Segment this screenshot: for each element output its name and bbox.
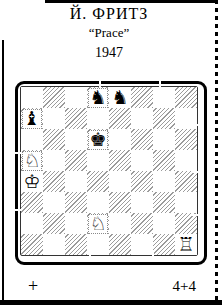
square-c4	[65, 171, 87, 192]
square-d2: ♘	[87, 213, 109, 234]
square-c2	[65, 213, 87, 234]
black-bishop: ♝	[22, 109, 42, 129]
square-a7: ♝	[21, 108, 43, 129]
square-d6: ♚	[87, 129, 109, 150]
square-e4	[109, 171, 131, 192]
square-g3	[153, 192, 175, 213]
square-d3	[87, 192, 109, 213]
border-seam	[191, 214, 198, 216]
square-e5	[109, 150, 131, 171]
square-f4	[131, 171, 153, 192]
border-seam	[191, 124, 198, 126]
square-c6	[65, 129, 87, 150]
border-seam	[159, 81, 161, 88]
square-a6	[21, 129, 43, 150]
square-h8	[175, 87, 197, 108]
stipulation-white-wins: +	[22, 276, 44, 297]
square-d4	[87, 171, 109, 192]
border-seam	[15, 209, 22, 211]
square-d5	[87, 150, 109, 171]
square-f8	[131, 87, 153, 108]
black-knight: ♞	[88, 88, 108, 108]
square-g6	[153, 129, 175, 150]
white-king: ♔	[23, 172, 40, 191]
square-f7	[131, 108, 153, 129]
square-b2	[43, 213, 65, 234]
border-seam	[191, 171, 198, 173]
square-f6	[131, 129, 153, 150]
square-a5: ♘	[21, 150, 43, 171]
square-e3	[109, 192, 131, 213]
square-b4	[43, 171, 65, 192]
square-b1	[43, 234, 65, 255]
black-knight: ♞	[111, 88, 128, 107]
square-d1	[87, 234, 109, 255]
white-knight: ♘	[22, 151, 42, 171]
square-g7	[153, 108, 175, 129]
square-a4: ♔	[21, 171, 43, 192]
square-b5	[43, 150, 65, 171]
square-b8	[43, 87, 65, 108]
square-a3	[21, 192, 43, 213]
square-f3	[131, 192, 153, 213]
square-e1	[109, 234, 131, 255]
square-g5	[153, 150, 175, 171]
page-rule-left	[2, 40, 4, 305]
study-diagram-card: Й. ФРИТЗ “Prace” 1947 ♞♞♝♚♘♔♘♖ + 4+4	[0, 0, 222, 305]
chess-board-grid: ♞♞♝♚♘♔♘♖	[21, 87, 197, 255]
square-b7	[43, 108, 65, 129]
page-rule-bottom	[0, 300, 222, 305]
square-b3	[43, 192, 65, 213]
white-rook: ♖	[177, 235, 194, 254]
material-count: 4+4	[158, 278, 196, 295]
border-seam	[15, 152, 22, 154]
square-h1: ♖	[175, 234, 197, 255]
page-rule-top	[45, 0, 217, 3]
square-c8	[65, 87, 87, 108]
caption: Й. ФРИТЗ “Prace” 1947	[0, 4, 218, 62]
composer-name: Й. ФРИТЗ	[0, 4, 218, 24]
border-seam	[152, 253, 154, 260]
black-king: ♚	[88, 130, 108, 150]
square-e2	[109, 213, 131, 234]
square-g1	[153, 234, 175, 255]
square-c3	[65, 192, 87, 213]
square-e6	[109, 129, 131, 150]
square-e7	[109, 108, 131, 129]
square-h2	[175, 213, 197, 234]
square-e8: ♞	[109, 87, 131, 108]
square-f2	[131, 213, 153, 234]
square-c1	[65, 234, 87, 255]
square-g8	[153, 87, 175, 108]
square-b6	[43, 129, 65, 150]
square-h5	[175, 150, 197, 171]
square-g4	[153, 171, 175, 192]
source-name: “Prace”	[0, 24, 218, 42]
square-f5	[131, 150, 153, 171]
square-g2	[153, 213, 175, 234]
chess-board: ♞♞♝♚♘♔♘♖	[15, 81, 207, 265]
publication-year: 1947	[0, 44, 218, 62]
border-seam	[89, 253, 91, 260]
square-a8	[21, 87, 43, 108]
chess-board-inner: ♞♞♝♚♘♔♘♖	[20, 86, 198, 256]
square-h6	[175, 129, 197, 150]
square-f1	[131, 234, 153, 255]
border-seam	[99, 81, 101, 88]
square-a2	[21, 213, 43, 234]
square-c5	[65, 150, 87, 171]
square-h4	[175, 171, 197, 192]
square-d8: ♞	[87, 87, 109, 108]
square-c7	[65, 108, 87, 129]
square-d7	[87, 108, 109, 129]
square-h3	[175, 192, 197, 213]
square-a1	[21, 234, 43, 255]
white-knight: ♘	[88, 214, 108, 234]
